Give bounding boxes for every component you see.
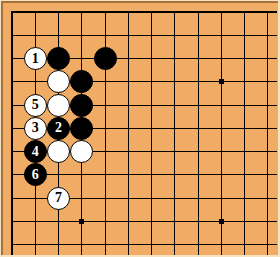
white-stone-move-7: 7	[47, 187, 70, 210]
white-stone-move-3: 3	[24, 117, 47, 140]
move-number: 3	[32, 121, 39, 135]
move-number: 2	[55, 121, 62, 135]
black-stone	[70, 94, 93, 117]
move-number: 1	[32, 52, 39, 66]
black-stone-move-6: 6	[24, 163, 47, 186]
white-stone	[47, 140, 70, 163]
stones: 1532467	[3, 3, 278, 255]
go-board: 1532467	[1, 1, 278, 255]
go-diagram: 1532467	[0, 0, 280, 257]
white-stone	[47, 70, 70, 93]
move-number: 4	[32, 145, 39, 159]
white-stone-move-5: 5	[24, 94, 47, 117]
white-stone	[47, 94, 70, 117]
black-stone	[70, 117, 93, 140]
move-number: 6	[32, 168, 39, 182]
black-stone-move-2: 2	[47, 117, 70, 140]
black-stone	[47, 47, 70, 70]
black-stone	[94, 47, 117, 70]
move-number: 7	[55, 191, 62, 205]
black-stone	[70, 70, 93, 93]
white-stone-move-1: 1	[24, 47, 47, 70]
white-stone	[70, 140, 93, 163]
move-number: 5	[32, 98, 39, 112]
black-stone-move-4: 4	[24, 140, 47, 163]
